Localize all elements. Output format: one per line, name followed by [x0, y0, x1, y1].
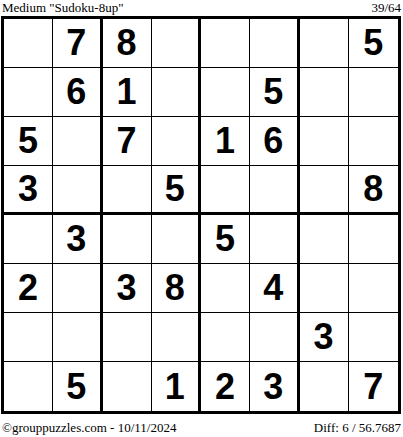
cell-r3c5: 1: [201, 117, 250, 166]
cell-r5c7[interactable]: [300, 215, 349, 264]
cell-r1c3: 8: [103, 19, 152, 68]
cell-r4c2[interactable]: [53, 166, 102, 215]
cell-r3c6: 6: [250, 117, 299, 166]
cell-r2c5[interactable]: [201, 68, 250, 117]
cell-r7c1[interactable]: [4, 313, 53, 362]
cell-r8c2: 5: [53, 362, 102, 411]
cell-r6c1: 2: [4, 264, 53, 313]
cell-r1c5[interactable]: [201, 19, 250, 68]
cell-r5c4[interactable]: [152, 215, 201, 264]
cell-r1c8: 5: [349, 19, 398, 68]
cell-r4c5[interactable]: [201, 166, 250, 215]
cell-r6c7[interactable]: [300, 264, 349, 313]
cell-r8c7[interactable]: [300, 362, 349, 411]
cell-r1c1[interactable]: [4, 19, 53, 68]
cell-r8c4: 1: [152, 362, 201, 411]
cell-r8c8: 7: [349, 362, 398, 411]
cell-r8c5: 2: [201, 362, 250, 411]
cell-r1c7[interactable]: [300, 19, 349, 68]
cell-r4c4: 5: [152, 166, 201, 215]
cell-r2c3: 1: [103, 68, 152, 117]
cell-r7c7: 3: [300, 313, 349, 362]
sudoku-page: Medium "Sudoku-8up" 39/64 78561557163583…: [0, 0, 403, 437]
cell-r7c4[interactable]: [152, 313, 201, 362]
difficulty-rating: Diff: 6 / 56.7687: [314, 421, 401, 435]
cell-r1c4[interactable]: [152, 19, 201, 68]
cell-r7c8[interactable]: [349, 313, 398, 362]
cell-r7c5[interactable]: [201, 313, 250, 362]
cell-r8c3[interactable]: [103, 362, 152, 411]
cell-r6c5[interactable]: [201, 264, 250, 313]
cell-r8c1[interactable]: [4, 362, 53, 411]
header: Medium "Sudoku-8up" 39/64: [0, 0, 403, 15]
empty-cell-counter: 39/64: [371, 1, 401, 15]
copyright-date: ©grouppuzzles.com - 10/11/2024: [2, 421, 176, 435]
cell-r7c2[interactable]: [53, 313, 102, 362]
cell-r6c3: 3: [103, 264, 152, 313]
cell-r6c6: 4: [250, 264, 299, 313]
cell-r5c6[interactable]: [250, 215, 299, 264]
cell-r6c8[interactable]: [349, 264, 398, 313]
puzzle-title: Medium "Sudoku-8up": [2, 1, 123, 15]
cell-r3c1: 5: [4, 117, 53, 166]
cell-r5c5: 5: [201, 215, 250, 264]
cell-r2c2: 6: [53, 68, 102, 117]
cell-r2c4[interactable]: [152, 68, 201, 117]
sudoku-grid: 7856155716358352384351237: [1, 16, 401, 414]
cell-r4c1: 3: [4, 166, 53, 215]
cell-r4c7[interactable]: [300, 166, 349, 215]
cell-r7c3[interactable]: [103, 313, 152, 362]
cell-r4c8: 8: [349, 166, 398, 215]
cell-r1c6[interactable]: [250, 19, 299, 68]
cell-r5c8[interactable]: [349, 215, 398, 264]
cell-r2c6: 5: [250, 68, 299, 117]
cell-r3c3: 7: [103, 117, 152, 166]
cell-r6c4: 8: [152, 264, 201, 313]
cell-r4c6[interactable]: [250, 166, 299, 215]
cell-r5c1[interactable]: [4, 215, 53, 264]
cell-r3c7[interactable]: [300, 117, 349, 166]
cell-r4c3[interactable]: [103, 166, 152, 215]
footer: ©grouppuzzles.com - 10/11/2024 Diff: 6 /…: [0, 421, 403, 435]
cell-r2c1[interactable]: [4, 68, 53, 117]
cell-r5c3[interactable]: [103, 215, 152, 264]
cell-r8c6: 3: [250, 362, 299, 411]
cell-r2c8[interactable]: [349, 68, 398, 117]
cell-r7c6[interactable]: [250, 313, 299, 362]
cell-r3c2[interactable]: [53, 117, 102, 166]
cell-r6c2[interactable]: [53, 264, 102, 313]
cell-r3c8[interactable]: [349, 117, 398, 166]
cell-r3c4[interactable]: [152, 117, 201, 166]
cell-r5c2: 3: [53, 215, 102, 264]
cell-r2c7[interactable]: [300, 68, 349, 117]
cell-r1c2: 7: [53, 19, 102, 68]
